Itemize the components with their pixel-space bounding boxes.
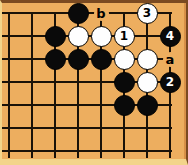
black-stone [137,95,158,116]
black-stone [68,3,89,24]
black-stone [114,95,135,116]
white-stone [114,49,135,70]
grid-vline [8,12,10,158]
grid-vline [31,12,33,158]
white-stone [137,72,158,93]
white-stone [137,49,158,70]
move-number: 3 [143,7,151,19]
black-stone [45,26,66,47]
move-number: 1 [120,30,128,42]
black-stone-4: 4 [160,26,181,47]
white-stone [68,26,89,47]
white-stone-3: 3 [137,3,158,24]
go-board-diagram: 4213ba [0,0,188,165]
white-stone-1: 1 [114,26,135,47]
move-number: 2 [166,76,174,88]
black-stone [91,49,112,70]
point-label-a: a [163,52,178,67]
point-label-b: b [94,6,109,21]
move-number: 4 [166,30,174,42]
black-stone [45,49,66,70]
black-stone [68,49,89,70]
white-stone [91,26,112,47]
black-stone-2: 2 [160,72,181,93]
black-stone [114,72,135,93]
